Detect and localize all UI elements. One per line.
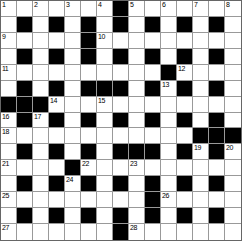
white-cell[interactable]: [49, 65, 65, 81]
white-cell[interactable]: [81, 97, 97, 113]
black-cell: [17, 49, 33, 65]
white-cell[interactable]: [161, 176, 177, 192]
clue-number: 2: [34, 1, 37, 9]
white-cell[interactable]: [161, 144, 177, 160]
black-cell: [177, 81, 193, 97]
white-cell[interactable]: [177, 1, 193, 17]
black-cell: [177, 144, 193, 160]
white-cell[interactable]: [65, 192, 81, 208]
white-cell[interactable]: [33, 208, 49, 224]
black-cell: [33, 97, 49, 113]
white-cell[interactable]: [177, 128, 193, 144]
white-cell[interactable]: [81, 224, 97, 240]
white-cell[interactable]: [65, 33, 81, 49]
white-cell[interactable]: [193, 176, 209, 192]
white-cell[interactable]: [225, 160, 241, 176]
white-cell[interactable]: [65, 65, 81, 81]
black-cell: [81, 33, 97, 49]
clue-number: 22: [82, 160, 89, 168]
white-cell[interactable]: [65, 113, 81, 129]
white-cell[interactable]: [225, 192, 241, 208]
white-cell[interactable]: 17: [33, 113, 49, 129]
white-cell[interactable]: [209, 192, 225, 208]
white-cell[interactable]: [145, 160, 161, 176]
clue-number: 14: [50, 97, 57, 105]
white-cell[interactable]: [1, 17, 17, 33]
black-cell: [81, 17, 97, 33]
clue-number: 16: [2, 113, 9, 121]
white-cell[interactable]: 19: [193, 144, 209, 160]
black-cell: [81, 176, 97, 192]
white-cell[interactable]: 14: [49, 97, 65, 113]
black-cell: [49, 208, 65, 224]
white-cell[interactable]: [33, 192, 49, 208]
black-cell: [49, 176, 65, 192]
white-cell[interactable]: [193, 33, 209, 49]
clue-number: 26: [162, 192, 169, 200]
white-cell[interactable]: 25: [1, 192, 17, 208]
white-cell[interactable]: [65, 224, 81, 240]
black-cell: [145, 176, 161, 192]
black-cell: [209, 128, 225, 144]
white-cell[interactable]: [161, 49, 177, 65]
black-cell: [177, 113, 193, 129]
white-cell[interactable]: [65, 97, 81, 113]
black-cell: [113, 49, 129, 65]
white-cell[interactable]: [17, 192, 33, 208]
white-cell[interactable]: [33, 49, 49, 65]
white-cell[interactable]: 1: [1, 1, 17, 17]
white-cell[interactable]: 8: [225, 1, 241, 17]
white-cell[interactable]: [113, 128, 129, 144]
white-cell[interactable]: [97, 224, 113, 240]
black-cell: [145, 81, 161, 97]
white-cell[interactable]: 13: [161, 81, 177, 97]
white-cell[interactable]: [97, 113, 113, 129]
white-cell[interactable]: [113, 192, 129, 208]
clue-number: 27: [2, 224, 9, 232]
white-cell[interactable]: [225, 113, 241, 129]
clue-number: 10: [98, 33, 105, 41]
white-cell[interactable]: 9: [1, 33, 17, 49]
white-cell[interactable]: [97, 65, 113, 81]
white-cell[interactable]: [49, 160, 65, 176]
black-cell: [145, 208, 161, 224]
white-cell[interactable]: [225, 97, 241, 113]
black-cell: [17, 113, 33, 129]
white-cell[interactable]: [225, 208, 241, 224]
white-cell[interactable]: [145, 224, 161, 240]
white-cell[interactable]: [33, 176, 49, 192]
white-cell[interactable]: [49, 224, 65, 240]
white-cell[interactable]: [161, 33, 177, 49]
white-cell[interactable]: [81, 192, 97, 208]
black-cell: [97, 81, 113, 97]
black-cell: [145, 113, 161, 129]
white-cell[interactable]: 6: [161, 1, 177, 17]
white-cell[interactable]: [177, 33, 193, 49]
white-cell[interactable]: 4: [97, 1, 113, 17]
white-cell[interactable]: [49, 192, 65, 208]
white-cell[interactable]: 10: [97, 33, 113, 49]
white-cell[interactable]: [129, 192, 145, 208]
white-cell[interactable]: 24: [65, 176, 81, 192]
white-cell[interactable]: 2: [33, 1, 49, 17]
black-cell: [1, 97, 17, 113]
clue-number: 21: [2, 160, 9, 168]
white-cell[interactable]: [33, 33, 49, 49]
black-cell: [225, 128, 241, 144]
white-cell[interactable]: 12: [177, 65, 193, 81]
white-cell[interactable]: [81, 65, 97, 81]
white-cell[interactable]: [145, 33, 161, 49]
black-cell: [113, 176, 129, 192]
white-cell[interactable]: [225, 33, 241, 49]
clue-number: 11: [2, 65, 8, 73]
white-cell[interactable]: [113, 33, 129, 49]
black-cell: [49, 17, 65, 33]
clue-number: 9: [2, 33, 5, 41]
black-cell: [209, 81, 225, 97]
white-cell[interactable]: [129, 176, 145, 192]
black-cell: [145, 144, 161, 160]
black-cell: [177, 176, 193, 192]
white-cell[interactable]: 16: [1, 113, 17, 129]
clue-number: 28: [130, 224, 137, 232]
white-cell[interactable]: [129, 208, 145, 224]
white-cell[interactable]: [17, 1, 33, 17]
white-cell[interactable]: [17, 128, 33, 144]
white-cell[interactable]: [129, 97, 145, 113]
white-cell[interactable]: [161, 17, 177, 33]
white-cell[interactable]: [129, 128, 145, 144]
black-cell: [81, 144, 97, 160]
black-cell: [113, 17, 129, 33]
white-cell[interactable]: [193, 208, 209, 224]
clue-number: 5: [130, 1, 133, 9]
white-cell[interactable]: [209, 224, 225, 240]
white-cell[interactable]: [129, 81, 145, 97]
black-cell: [17, 208, 33, 224]
black-cell: [145, 17, 161, 33]
clue-number: 19: [194, 144, 201, 152]
white-cell[interactable]: [65, 144, 81, 160]
white-cell[interactable]: [161, 113, 177, 129]
white-cell[interactable]: 23: [129, 160, 145, 176]
white-cell[interactable]: [17, 65, 33, 81]
black-cell: [209, 17, 225, 33]
white-cell[interactable]: [1, 176, 17, 192]
white-cell[interactable]: [193, 113, 209, 129]
white-cell[interactable]: [17, 33, 33, 49]
black-cell: [17, 144, 33, 160]
white-cell[interactable]: [161, 208, 177, 224]
white-cell[interactable]: [1, 208, 17, 224]
white-cell[interactable]: [225, 224, 241, 240]
white-cell[interactable]: [177, 192, 193, 208]
black-cell: [49, 144, 65, 160]
white-cell[interactable]: [81, 1, 97, 17]
clue-number: 4: [98, 1, 101, 9]
black-cell: [209, 144, 225, 160]
white-cell[interactable]: [81, 128, 97, 144]
clue-number: 1: [2, 1, 5, 9]
white-cell[interactable]: [113, 65, 129, 81]
white-cell[interactable]: [225, 17, 241, 33]
white-cell[interactable]: [33, 81, 49, 97]
white-cell[interactable]: [209, 97, 225, 113]
clue-number: 20: [226, 144, 233, 152]
white-cell[interactable]: [193, 192, 209, 208]
white-cell[interactable]: [97, 192, 113, 208]
white-cell[interactable]: [49, 33, 65, 49]
white-cell[interactable]: [193, 160, 209, 176]
black-cell: [81, 113, 97, 129]
black-cell: [161, 65, 177, 81]
white-cell[interactable]: [145, 97, 161, 113]
white-cell[interactable]: [65, 128, 81, 144]
white-cell[interactable]: [1, 144, 17, 160]
white-cell[interactable]: [193, 224, 209, 240]
white-cell[interactable]: [97, 17, 113, 33]
white-cell[interactable]: [161, 97, 177, 113]
white-cell[interactable]: 28: [129, 224, 145, 240]
white-cell[interactable]: [225, 49, 241, 65]
clue-number: 7: [194, 1, 197, 9]
black-cell: [49, 49, 65, 65]
white-cell[interactable]: [49, 1, 65, 17]
white-cell[interactable]: [97, 144, 113, 160]
white-cell[interactable]: [33, 17, 49, 33]
white-cell[interactable]: [161, 160, 177, 176]
white-cell[interactable]: 11: [1, 65, 17, 81]
white-cell[interactable]: [33, 128, 49, 144]
white-cell[interactable]: [65, 17, 81, 33]
crossword-grid: 1234567891011121314151617181920212223242…: [0, 0, 242, 241]
clue-number: 25: [2, 192, 9, 200]
white-cell[interactable]: 18: [1, 128, 17, 144]
clue-number: 12: [178, 65, 185, 73]
black-cell: [65, 160, 81, 176]
white-cell[interactable]: [145, 1, 161, 17]
black-cell: [209, 176, 225, 192]
black-cell: [209, 49, 225, 65]
black-cell: [17, 97, 33, 113]
clue-number: 3: [66, 1, 69, 9]
white-cell[interactable]: [65, 49, 81, 65]
clue-number: 8: [226, 1, 229, 9]
white-cell[interactable]: [209, 65, 225, 81]
black-cell: [113, 224, 129, 240]
black-cell: [17, 176, 33, 192]
white-cell[interactable]: [209, 160, 225, 176]
white-cell[interactable]: [97, 176, 113, 192]
black-cell: [177, 49, 193, 65]
black-cell: [113, 208, 129, 224]
white-cell[interactable]: [65, 208, 81, 224]
black-cell: [113, 113, 129, 129]
white-cell[interactable]: [97, 49, 113, 65]
black-cell: [177, 17, 193, 33]
white-cell[interactable]: [97, 208, 113, 224]
white-cell[interactable]: [193, 97, 209, 113]
clue-number: 15: [98, 97, 105, 105]
white-cell[interactable]: [1, 81, 17, 97]
white-cell[interactable]: 21: [1, 160, 17, 176]
white-cell[interactable]: [161, 128, 177, 144]
white-cell[interactable]: [49, 128, 65, 144]
white-cell[interactable]: [177, 97, 193, 113]
black-cell: [81, 49, 97, 65]
clue-number: 24: [66, 176, 73, 184]
white-cell[interactable]: [225, 65, 241, 81]
black-cell: [17, 81, 33, 97]
white-cell[interactable]: [65, 81, 81, 97]
white-cell[interactable]: [193, 49, 209, 65]
clue-number: 13: [162, 81, 169, 89]
white-cell[interactable]: 15: [97, 97, 113, 113]
white-cell[interactable]: [113, 97, 129, 113]
white-cell[interactable]: [113, 160, 129, 176]
white-cell[interactable]: [225, 81, 241, 97]
black-cell: [17, 17, 33, 33]
white-cell[interactable]: [33, 160, 49, 176]
white-cell[interactable]: [177, 224, 193, 240]
black-cell: [209, 113, 225, 129]
white-cell[interactable]: [145, 65, 161, 81]
white-cell[interactable]: 3: [65, 1, 81, 17]
clue-number: 18: [2, 128, 9, 136]
black-cell: [49, 113, 65, 129]
black-cell: [145, 49, 161, 65]
white-cell[interactable]: 5: [129, 1, 145, 17]
black-cell: [81, 208, 97, 224]
clue-number: 6: [162, 1, 165, 9]
black-cell: [49, 81, 65, 97]
white-cell[interactable]: [209, 1, 225, 17]
black-cell: [145, 192, 161, 208]
white-cell[interactable]: [177, 160, 193, 176]
clue-number: 23: [130, 160, 137, 168]
black-cell: [177, 208, 193, 224]
white-cell[interactable]: [17, 160, 33, 176]
white-cell[interactable]: [129, 17, 145, 33]
white-cell[interactable]: 7: [193, 1, 209, 17]
black-cell: [81, 81, 97, 97]
white-cell[interactable]: [33, 224, 49, 240]
white-cell[interactable]: [161, 224, 177, 240]
black-cell: [193, 128, 209, 144]
white-cell[interactable]: [129, 49, 145, 65]
white-cell[interactable]: [129, 113, 145, 129]
white-cell[interactable]: [33, 144, 49, 160]
white-cell[interactable]: [209, 33, 225, 49]
white-cell[interactable]: [129, 65, 145, 81]
white-cell[interactable]: [33, 65, 49, 81]
black-cell: [113, 144, 129, 160]
white-cell[interactable]: [193, 81, 209, 97]
white-cell[interactable]: [145, 128, 161, 144]
white-cell[interactable]: 22: [81, 160, 97, 176]
black-cell: [113, 1, 129, 17]
white-cell[interactable]: [193, 65, 209, 81]
white-cell[interactable]: [129, 33, 145, 49]
white-cell[interactable]: [193, 17, 209, 33]
black-cell: [129, 144, 145, 160]
black-cell: [209, 208, 225, 224]
white-cell[interactable]: [225, 176, 241, 192]
white-cell[interactable]: 27: [1, 224, 17, 240]
white-cell[interactable]: [1, 49, 17, 65]
white-cell[interactable]: [97, 160, 113, 176]
black-cell: [113, 81, 129, 97]
white-cell[interactable]: 26: [161, 192, 177, 208]
white-cell[interactable]: [97, 128, 113, 144]
crossword-puzzle: 1234567891011121314151617181920212223242…: [0, 0, 242, 241]
white-cell[interactable]: 20: [225, 144, 241, 160]
white-cell[interactable]: [17, 224, 33, 240]
clue-number: 17: [34, 113, 41, 121]
